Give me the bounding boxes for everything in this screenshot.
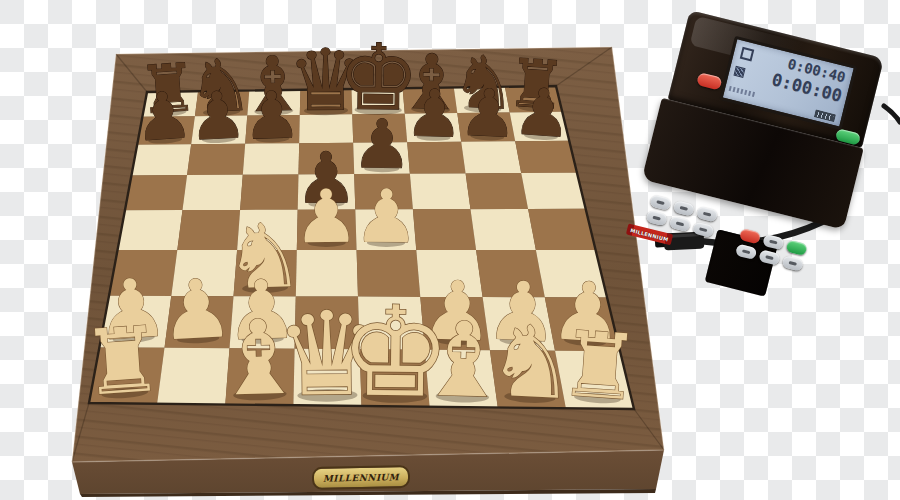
svg-text:♟: ♟ [132,77,195,156]
svg-text:♟: ♟ [353,174,420,260]
piece-black-pawn-b7[interactable]: ♟ [187,77,249,155]
square-a5[interactable] [125,175,187,210]
lcd-info-text-smudge [729,86,756,97]
piece-black-pawn-g7[interactable]: ♟ [458,74,520,152]
piece-black-pawn-c7[interactable]: ♟ [242,77,302,154]
clock-red-button[interactable] [696,72,722,90]
svg-text:♟: ♟ [458,74,520,152]
piece-black-pawn-e6[interactable]: ♟ [351,104,412,184]
square-b5[interactable] [183,175,243,210]
piece-white-pawn-e4[interactable]: ♟ [353,174,420,260]
square-h4[interactable] [528,209,596,250]
svg-text:♟: ♟ [187,77,249,155]
piece-black-pawn-h7[interactable]: ♟ [511,73,574,152]
clock-lcd: 0:00:40 0:00:00 [719,36,857,131]
square-a4[interactable] [118,210,183,250]
piece-black-pawn-f7[interactable]: ♟ [404,75,464,152]
piece-black-pawn-a7[interactable]: ♟ [132,77,195,156]
svg-text:♟: ♟ [404,75,464,152]
svg-text:♟: ♟ [511,73,574,152]
svg-text:♟: ♟ [351,104,412,184]
svg-text:♟: ♟ [242,77,302,154]
square-g4[interactable] [471,209,536,250]
cable-right-segment [884,106,900,122]
square-f4[interactable] [413,209,476,250]
product-photo-stage: ♜♞♝♛♚♝♞♜♟♟♟♟♟♟♟♟♟♟♞♟♟♟♟♟♟♜♝♛♚♝♞♜ MILLENN… [0,0,900,500]
svg-text:♜: ♜ [79,307,166,416]
svg-text:♜: ♜ [556,312,643,421]
lcd-mode-badge [814,109,836,122]
board-brand-plate: MILLENNIUM [312,465,410,490]
white-player-square-icon [740,47,755,62]
square-g5[interactable] [466,173,528,209]
square-h5[interactable] [521,173,586,209]
black-player-square-icon [733,66,745,78]
piece-white-rook-h1[interactable]: ♜ [556,312,643,421]
piece-white-rook-a1[interactable]: ♜ [79,307,166,416]
